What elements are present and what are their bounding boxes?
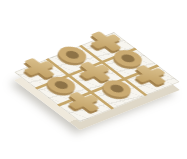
board-cells: [14, 32, 180, 122]
tic-tac-toe-product-photo: [0, 0, 187, 159]
board-surface: [14, 32, 180, 122]
